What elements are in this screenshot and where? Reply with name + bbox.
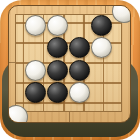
wood-seam-bottom <box>69 112 70 122</box>
black-stone <box>25 82 46 103</box>
board-cell <box>91 82 113 105</box>
stone-grid <box>24 14 113 104</box>
white-stone <box>25 15 46 36</box>
black-stone <box>69 37 90 58</box>
black-stone <box>47 82 68 103</box>
board-cell <box>24 59 46 82</box>
board-cell <box>91 14 113 37</box>
board-cell <box>46 14 68 37</box>
go-board <box>8 5 131 123</box>
white-stone <box>25 60 46 81</box>
black-stone <box>69 60 90 81</box>
board-cell <box>69 37 91 60</box>
board-cell <box>24 37 46 60</box>
board-cell <box>46 37 68 60</box>
app-icon[interactable] <box>0 0 140 140</box>
board-cell <box>69 59 91 82</box>
board-cell <box>69 82 91 105</box>
white-stone <box>91 37 112 58</box>
white-stone <box>47 15 68 36</box>
board-cell <box>46 59 68 82</box>
board-cell <box>46 82 68 105</box>
board-cell <box>91 59 113 82</box>
board-cell <box>91 37 113 60</box>
board-cell <box>69 14 91 37</box>
white-stone <box>69 82 90 103</box>
black-stone <box>47 60 68 81</box>
board-cell <box>24 82 46 105</box>
wood-seam-top <box>105 6 106 13</box>
black-stone <box>47 37 68 58</box>
screenshot <box>0 0 140 140</box>
black-stone <box>91 15 112 36</box>
wood-seam-left <box>9 62 15 63</box>
board-cell <box>24 14 46 37</box>
